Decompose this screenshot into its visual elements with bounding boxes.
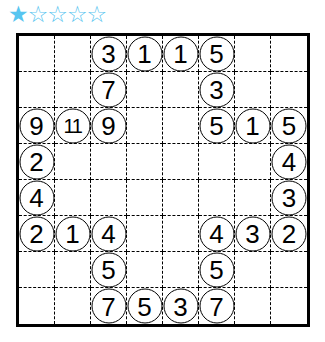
cell-r7c1[interactable] [19,252,55,288]
cell-r3c2: 11 [55,108,91,144]
clue-number: 3 [282,185,296,211]
star-outline-icon: ☆ [87,1,107,27]
cell-r1c2[interactable] [55,36,91,72]
cell-r4c8: 4 [271,144,307,180]
cell-r6c2: 1 [55,216,91,252]
cell-r3c3: 9 [91,108,127,144]
cell-r8c2[interactable] [55,288,91,324]
cell-r3c1: 9 [19,108,55,144]
clue-number: 4 [209,221,223,247]
clue-number: 5 [209,257,223,283]
clue-circle: 4 [272,144,307,179]
cell-r4c2[interactable] [55,144,91,180]
cell-r5c1: 4 [19,180,55,216]
puzzle-screen: ★☆☆☆☆ 31157391195152443214432557537 [0,0,325,342]
clue-number: 5 [101,257,115,283]
cell-r7c4[interactable] [127,252,163,288]
clue-number: 7 [101,77,115,103]
clue-number: 1 [173,41,187,67]
cell-r1c1[interactable] [19,36,55,72]
cell-r2c4[interactable] [127,72,163,108]
kurodoko-board: 31157391195152443214432557537 [16,33,310,327]
cell-r8c7[interactable] [235,288,271,324]
cell-r5c8: 3 [271,180,307,216]
clue-number: 3 [209,77,223,103]
clue-number: 3 [245,221,259,247]
clue-number: 5 [209,41,223,67]
star-outline-icon: ☆ [67,1,87,27]
clue-circle: 1 [163,36,198,71]
cell-r3c5[interactable] [163,108,199,144]
clue-number: 3 [101,41,115,67]
cell-r3c8: 5 [271,108,307,144]
cell-r5c7[interactable] [235,180,271,216]
cell-r6c8: 2 [271,216,307,252]
cell-r4c1: 2 [19,144,55,180]
cell-r4c6[interactable] [199,144,235,180]
cell-r4c7[interactable] [235,144,271,180]
cell-r5c3[interactable] [91,180,127,216]
clue-circle: 9 [19,108,54,143]
clue-circle: 2 [272,216,307,251]
clue-number: 9 [101,113,115,139]
cell-r1c8[interactable] [271,36,307,72]
cell-r1c7[interactable] [235,36,271,72]
star-outline-icon: ☆ [47,1,67,27]
clue-number: 2 [282,221,296,247]
cell-r5c4[interactable] [127,180,163,216]
clue-circle: 9 [91,108,126,143]
cell-r2c2[interactable] [55,72,91,108]
cell-r8c3: 7 [91,288,127,324]
clue-number: 1 [137,41,151,67]
cell-r8c4: 5 [127,288,163,324]
clue-circle: 3 [199,72,234,107]
cell-r1c5: 1 [163,36,199,72]
clue-number: 7 [209,293,223,319]
clue-circle: 7 [91,72,126,107]
clue-circle: 7 [199,289,234,324]
difficulty-rating: ★☆☆☆☆ [8,1,106,27]
cell-r6c5[interactable] [163,216,199,252]
clue-circle: 7 [91,289,126,324]
cell-r1c6: 5 [199,36,235,72]
clue-number: 4 [29,185,43,211]
cell-r3c4[interactable] [127,108,163,144]
clue-number: 1 [245,113,259,139]
clue-circle: 1 [235,108,270,143]
cell-r4c4[interactable] [127,144,163,180]
star-filled-icon: ★ [8,1,28,27]
cell-r7c5[interactable] [163,252,199,288]
clue-number: 9 [29,113,43,139]
clue-circle: 5 [199,108,234,143]
cell-r6c4[interactable] [127,216,163,252]
clue-circle: 2 [19,144,54,179]
clue-circle: 5 [199,36,234,71]
cell-r3c6: 5 [199,108,235,144]
clue-number: 5 [209,113,223,139]
cell-r8c6: 7 [199,288,235,324]
cell-r8c8[interactable] [271,288,307,324]
clue-number: 3 [173,293,187,319]
clue-circle: 4 [91,216,126,251]
star-outline-icon: ☆ [28,1,48,27]
cell-r7c3: 5 [91,252,127,288]
clue-number: 2 [29,221,43,247]
clue-number: 11 [64,116,82,136]
cell-r5c6[interactable] [199,180,235,216]
clue-number: 1 [65,221,79,247]
cell-r2c6: 3 [199,72,235,108]
clue-circle: 3 [91,36,126,71]
cell-r7c6: 5 [199,252,235,288]
clue-number: 4 [282,149,296,175]
cell-r4c5[interactable] [163,144,199,180]
clue-circle: 5 [272,108,307,143]
cell-r5c2[interactable] [55,180,91,216]
clue-circle: 1 [127,36,162,71]
cell-r4c3[interactable] [91,144,127,180]
cell-r5c5[interactable] [163,180,199,216]
clue-circle: 1 [55,216,90,251]
cell-r1c3: 3 [91,36,127,72]
cell-r2c3: 7 [91,72,127,108]
clue-circle: 11 [55,108,90,143]
clue-circle: 5 [91,252,126,287]
clue-number: 5 [137,293,151,319]
clue-number: 5 [282,113,296,139]
cell-r2c5[interactable] [163,72,199,108]
clue-circle: 3 [163,289,198,324]
cell-r1c4: 1 [127,36,163,72]
clue-circle: 3 [272,180,307,215]
cell-r6c7: 3 [235,216,271,252]
clue-circle: 3 [235,216,270,251]
cell-r2c1[interactable] [19,72,55,108]
cell-r6c3: 4 [91,216,127,252]
clue-circle: 4 [199,216,234,251]
cell-r2c8[interactable] [271,72,307,108]
cell-r7c7[interactable] [235,252,271,288]
clue-circle: 2 [19,216,54,251]
cell-r8c1[interactable] [19,288,55,324]
cell-r2c7[interactable] [235,72,271,108]
cell-r6c1: 2 [19,216,55,252]
clue-circle: 5 [199,252,234,287]
cell-r7c2[interactable] [55,252,91,288]
clue-number: 2 [29,149,43,175]
clue-circle: 4 [19,180,54,215]
cell-r8c5: 3 [163,288,199,324]
cell-r6c6: 4 [199,216,235,252]
clue-circle: 5 [127,289,162,324]
cell-r3c7: 1 [235,108,271,144]
clue-number: 4 [101,221,115,247]
clue-number: 7 [101,293,115,319]
cell-r7c8[interactable] [271,252,307,288]
